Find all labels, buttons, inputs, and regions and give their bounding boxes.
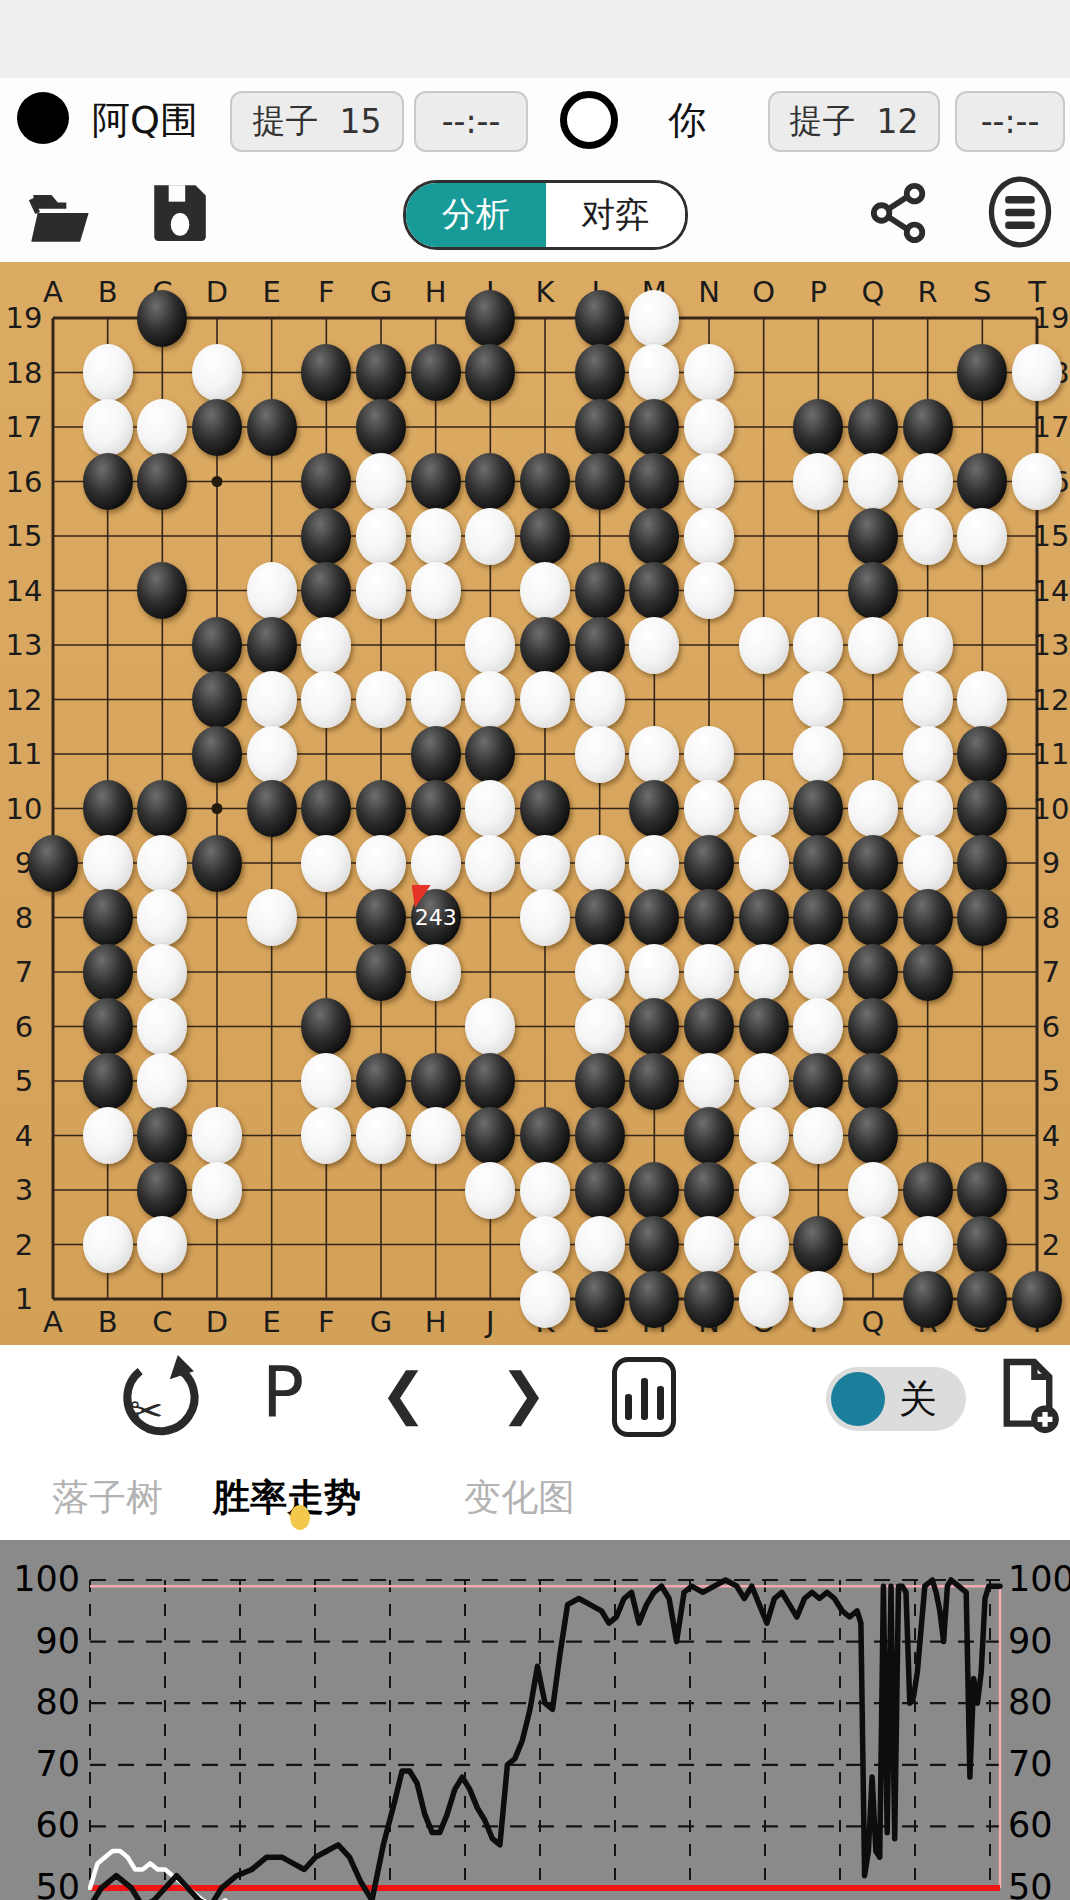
white-captures-badge: 提子 12 xyxy=(768,91,940,152)
y-tick-right: 50 xyxy=(1008,1867,1053,1900)
stone-white-T18 xyxy=(1012,344,1062,401)
stone-white-C17 xyxy=(137,399,187,456)
stone-black-G7 xyxy=(356,944,406,1001)
black-time: --:-- xyxy=(442,102,501,141)
stone-white-M11 xyxy=(629,726,679,783)
stone-black-C19 xyxy=(137,290,187,347)
stone-black-G8 xyxy=(356,889,406,946)
stone-white-K12 xyxy=(520,671,570,728)
stone-white-L9 xyxy=(575,835,625,892)
stone-black-M6 xyxy=(629,998,679,1055)
stone-black-A9 xyxy=(28,835,78,892)
stone-white-D3 xyxy=(192,1162,242,1219)
stone-white-M18 xyxy=(629,344,679,401)
y-tick-right: 60 xyxy=(1008,1805,1053,1845)
stone-black-F18 xyxy=(301,344,351,401)
stone-white-P12 xyxy=(793,671,843,728)
stone-white-F5 xyxy=(301,1053,351,1110)
stone-white-O1 xyxy=(739,1271,789,1328)
winrate-chart: 10010090908080707060605050 xyxy=(0,1540,1070,1900)
white-player-name: 你 xyxy=(668,78,706,162)
stone-white-H14 xyxy=(411,562,461,619)
stone-black-C4 xyxy=(137,1107,187,1164)
stone-black-B6 xyxy=(83,998,133,1055)
stone-white-Q13 xyxy=(848,617,898,674)
stone-white-Q16 xyxy=(848,453,898,510)
stone-white-O7 xyxy=(739,944,789,1001)
stone-white-R10 xyxy=(903,780,953,837)
stone-white-N16 xyxy=(684,453,734,510)
stone-white-J12 xyxy=(465,671,515,728)
stone-white-T16 xyxy=(1012,453,1062,510)
stone-white-M7 xyxy=(629,944,679,1001)
stone-black-F16 xyxy=(301,453,351,510)
stone-black-M2 xyxy=(629,1216,679,1273)
panel-tabs: 落子树 胜率走势 变化图 xyxy=(0,1455,1070,1540)
stone-black-B16 xyxy=(83,453,133,510)
undo-scissors-icon[interactable]: ✂ xyxy=(116,1355,202,1441)
stone-black-S1 xyxy=(957,1271,1007,1328)
stone-white-O2 xyxy=(739,1216,789,1273)
stone-white-Q3 xyxy=(848,1162,898,1219)
stone-black-K15 xyxy=(520,508,570,565)
y-tick-left: 70 xyxy=(8,1744,80,1784)
stone-black-K10 xyxy=(520,780,570,837)
stone-black-E10 xyxy=(247,780,297,837)
stone-black-Q4 xyxy=(848,1107,898,1164)
stone-white-F13 xyxy=(301,617,351,674)
stone-white-G15 xyxy=(356,508,406,565)
black-captures-badge: 提子 15 xyxy=(230,91,404,152)
stone-white-J6 xyxy=(465,998,515,1055)
stone-black-Q14 xyxy=(848,562,898,619)
stone-black-N3 xyxy=(684,1162,734,1219)
new-file-icon[interactable] xyxy=(994,1355,1062,1439)
stone-black-N6 xyxy=(684,998,734,1055)
stone-black-H5 xyxy=(411,1053,461,1110)
stone-black-S3 xyxy=(957,1162,1007,1219)
stone-white-B4 xyxy=(83,1107,133,1164)
stone-white-C8 xyxy=(137,889,187,946)
stone-black-R17 xyxy=(903,399,953,456)
stone-black-F15 xyxy=(301,508,351,565)
stone-black-S8 xyxy=(957,889,1007,946)
stone-white-O13 xyxy=(739,617,789,674)
stone-white-L11 xyxy=(575,726,625,783)
stone-white-N10 xyxy=(684,780,734,837)
stone-black-L17 xyxy=(575,399,625,456)
stone-black-D11 xyxy=(192,726,242,783)
stone-white-C6 xyxy=(137,998,187,1055)
stone-black-J5 xyxy=(465,1053,515,1110)
stone-black-S9 xyxy=(957,835,1007,892)
stone-black-E13 xyxy=(247,617,297,674)
stone-white-C7 xyxy=(137,944,187,1001)
stone-white-G4 xyxy=(356,1107,406,1164)
black-captures-count: 15 xyxy=(339,102,381,141)
stone-black-P2 xyxy=(793,1216,843,1273)
stone-black-S11 xyxy=(957,726,1007,783)
stone-white-L6 xyxy=(575,998,625,1055)
stone-white-Q2 xyxy=(848,1216,898,1273)
stone-white-N2 xyxy=(684,1216,734,1273)
stone-black-P5 xyxy=(793,1053,843,1110)
stone-white-F4 xyxy=(301,1107,351,1164)
stone-black-K13 xyxy=(520,617,570,674)
stone-black-D13 xyxy=(192,617,242,674)
stone-black-Q8 xyxy=(848,889,898,946)
stone-black-M17 xyxy=(629,399,679,456)
stone-black-L14 xyxy=(575,562,625,619)
stone-white-J10 xyxy=(465,780,515,837)
stone-black-R3 xyxy=(903,1162,953,1219)
stone-black-R8 xyxy=(903,889,953,946)
white-stone-icon xyxy=(560,91,618,149)
stone-white-P13 xyxy=(793,617,843,674)
stone-black-G5 xyxy=(356,1053,406,1110)
open-file-icon[interactable] xyxy=(27,182,95,244)
stone-black-C3 xyxy=(137,1162,187,1219)
share-icon[interactable] xyxy=(868,182,930,244)
stone-white-J13 xyxy=(465,617,515,674)
stone-white-M19 xyxy=(629,290,679,347)
status-bar xyxy=(0,0,1070,78)
pass-button[interactable]: P xyxy=(262,1351,304,1433)
white-clock: --:-- xyxy=(955,91,1065,152)
stone-white-J3 xyxy=(465,1162,515,1219)
toggle-label: 关 xyxy=(899,1374,937,1425)
stone-black-O8 xyxy=(739,889,789,946)
save-icon[interactable] xyxy=(146,178,212,246)
stone-black-B10 xyxy=(83,780,133,837)
y-tick-left: 100 xyxy=(8,1559,80,1599)
stone-white-P6 xyxy=(793,998,843,1055)
stone-white-N7 xyxy=(684,944,734,1001)
stone-white-O10 xyxy=(739,780,789,837)
stone-black-M16 xyxy=(629,453,679,510)
board-stones: 243 xyxy=(0,262,1070,1345)
tab-analysis[interactable]: 分析 xyxy=(406,183,546,247)
black-stone-icon xyxy=(17,92,69,144)
black-player-name: 阿Q围 xyxy=(92,78,198,162)
stone-white-G12 xyxy=(356,671,406,728)
stone-white-R15 xyxy=(903,508,953,565)
stone-white-P16 xyxy=(793,453,843,510)
stone-black-J19 xyxy=(465,290,515,347)
stone-black-Q17 xyxy=(848,399,898,456)
stone-white-R2 xyxy=(903,1216,953,1273)
menu-icon[interactable] xyxy=(986,176,1054,248)
stone-white-D4 xyxy=(192,1107,242,1164)
stone-black-L19 xyxy=(575,290,625,347)
toolbar: 分析 对弈 xyxy=(0,162,1070,262)
stone-white-B2 xyxy=(83,1216,133,1273)
player-bar: 阿Q围 提子 15 --:-- 你 提子 12 --:-- xyxy=(0,78,1070,162)
stone-black-H8: 243 xyxy=(411,889,461,946)
stone-white-P1 xyxy=(793,1271,843,1328)
white-time: --:-- xyxy=(981,102,1040,141)
stone-black-P9 xyxy=(793,835,843,892)
stone-black-P8 xyxy=(793,889,843,946)
stone-white-D18 xyxy=(192,344,242,401)
stone-white-N11 xyxy=(684,726,734,783)
black-captures-label: 提子 xyxy=(253,99,319,144)
stone-white-K8 xyxy=(520,889,570,946)
stone-black-S10 xyxy=(957,780,1007,837)
stone-black-C10 xyxy=(137,780,187,837)
toggle-knob xyxy=(831,1372,885,1426)
stone-black-E17 xyxy=(247,399,297,456)
mode-segmented-control: 分析 对弈 xyxy=(403,180,688,250)
stone-white-K3 xyxy=(520,1162,570,1219)
stone-white-H4 xyxy=(411,1107,461,1164)
stone-white-O9 xyxy=(739,835,789,892)
stone-white-B17 xyxy=(83,399,133,456)
stone-black-M14 xyxy=(629,562,679,619)
stone-black-G10 xyxy=(356,780,406,837)
active-tab-dot xyxy=(290,1505,310,1530)
stone-white-M9 xyxy=(629,835,679,892)
stone-white-P7 xyxy=(793,944,843,1001)
stone-white-E8 xyxy=(247,889,297,946)
stone-black-M3 xyxy=(629,1162,679,1219)
stone-white-K14 xyxy=(520,562,570,619)
stone-white-N17 xyxy=(684,399,734,456)
analysis-toggle[interactable]: 关 xyxy=(826,1367,966,1431)
stone-white-R11 xyxy=(903,726,953,783)
y-tick-left: 60 xyxy=(8,1805,80,1845)
stone-black-S2 xyxy=(957,1216,1007,1273)
last-move-number: 243 xyxy=(411,889,461,946)
stone-black-N8 xyxy=(684,889,734,946)
stone-white-J15 xyxy=(465,508,515,565)
stone-black-J4 xyxy=(465,1107,515,1164)
y-tick-right: 90 xyxy=(1008,1621,1053,1661)
stone-white-K1 xyxy=(520,1271,570,1328)
stone-black-S18 xyxy=(957,344,1007,401)
stone-black-Q9 xyxy=(848,835,898,892)
stone-black-H16 xyxy=(411,453,461,510)
prev-move-icon[interactable]: ❮ xyxy=(380,1361,427,1426)
stone-black-L13 xyxy=(575,617,625,674)
stone-white-M13 xyxy=(629,617,679,674)
stone-white-N14 xyxy=(684,562,734,619)
stone-white-N5 xyxy=(684,1053,734,1110)
stone-white-O4 xyxy=(739,1107,789,1164)
y-tick-left: 50 xyxy=(8,1867,80,1900)
stone-black-S16 xyxy=(957,453,1007,510)
stone-white-O3 xyxy=(739,1162,789,1219)
stone-black-J18 xyxy=(465,344,515,401)
tab-play[interactable]: 对弈 xyxy=(546,183,686,247)
stone-white-F12 xyxy=(301,671,351,728)
tab-variation-diagram[interactable]: 变化图 xyxy=(464,1455,575,1540)
stone-white-L12 xyxy=(575,671,625,728)
analysis-graph-icon[interactable] xyxy=(612,1357,676,1437)
stone-black-Q7 xyxy=(848,944,898,1001)
stone-black-J16 xyxy=(465,453,515,510)
stone-white-C5 xyxy=(137,1053,187,1110)
stone-white-K9 xyxy=(520,835,570,892)
go-board[interactable]: AABBCCDDEEFFGGHHJJKKLLMMNNOOPPQQRRSSTT19… xyxy=(0,262,1070,1345)
stone-black-P17 xyxy=(793,399,843,456)
stone-white-C2 xyxy=(137,1216,187,1273)
stone-black-M8 xyxy=(629,889,679,946)
y-tick-right: 70 xyxy=(1008,1744,1053,1784)
stone-black-L16 xyxy=(575,453,625,510)
stone-white-N18 xyxy=(684,344,734,401)
stone-black-G18 xyxy=(356,344,406,401)
stone-black-L8 xyxy=(575,889,625,946)
stone-black-D17 xyxy=(192,399,242,456)
stone-white-R9 xyxy=(903,835,953,892)
stone-black-K16 xyxy=(520,453,570,510)
stone-black-T1 xyxy=(1012,1271,1062,1328)
stone-white-L7 xyxy=(575,944,625,1001)
stone-black-N4 xyxy=(684,1107,734,1164)
stone-black-M10 xyxy=(629,780,679,837)
stone-black-Q15 xyxy=(848,508,898,565)
stone-white-E14 xyxy=(247,562,297,619)
stone-black-C14 xyxy=(137,562,187,619)
stone-white-L2 xyxy=(575,1216,625,1273)
stone-white-R13 xyxy=(903,617,953,674)
stone-black-B5 xyxy=(83,1053,133,1110)
stone-black-Q5 xyxy=(848,1053,898,1110)
stone-white-E11 xyxy=(247,726,297,783)
y-tick-right: 80 xyxy=(1008,1682,1053,1722)
stone-white-S12 xyxy=(957,671,1007,728)
stone-black-R7 xyxy=(903,944,953,1001)
stone-black-G17 xyxy=(356,399,406,456)
stone-white-Q10 xyxy=(848,780,898,837)
stone-white-C9 xyxy=(137,835,187,892)
tab-winrate-trend[interactable]: 胜率走势 xyxy=(213,1455,361,1540)
stone-white-H9 xyxy=(411,835,461,892)
stone-white-H15 xyxy=(411,508,461,565)
stone-white-J9 xyxy=(465,835,515,892)
stone-white-S15 xyxy=(957,508,1007,565)
stone-black-M5 xyxy=(629,1053,679,1110)
stone-white-G9 xyxy=(356,835,406,892)
stone-white-N15 xyxy=(684,508,734,565)
stone-black-D12 xyxy=(192,671,242,728)
tab-move-tree[interactable]: 落子树 xyxy=(52,1455,163,1540)
stone-white-P4 xyxy=(793,1107,843,1164)
winrate-chart-plot xyxy=(0,1540,1070,1900)
black-winrate-line xyxy=(90,1580,1000,1900)
stone-black-J11 xyxy=(465,726,515,783)
stone-black-D9 xyxy=(192,835,242,892)
white-captures-label: 提子 xyxy=(790,99,856,144)
bottom-toolbar: ✂ P ❮ ❯ 关 xyxy=(0,1345,1070,1455)
white-captures-count: 12 xyxy=(876,102,918,141)
stone-white-B9 xyxy=(83,835,133,892)
stone-white-R12 xyxy=(903,671,953,728)
stone-white-G16 xyxy=(356,453,406,510)
stone-black-F10 xyxy=(301,780,351,837)
stone-black-Q6 xyxy=(848,998,898,1055)
stone-white-B18 xyxy=(83,344,133,401)
stone-black-L3 xyxy=(575,1162,625,1219)
stone-white-O5 xyxy=(739,1053,789,1110)
stone-white-R16 xyxy=(903,453,953,510)
stone-black-H10 xyxy=(411,780,461,837)
stone-black-L5 xyxy=(575,1053,625,1110)
stone-black-C16 xyxy=(137,453,187,510)
stone-black-O6 xyxy=(739,998,789,1055)
stone-black-L1 xyxy=(575,1271,625,1328)
stone-black-L18 xyxy=(575,344,625,401)
stone-black-N9 xyxy=(684,835,734,892)
stone-white-E12 xyxy=(247,671,297,728)
stone-black-B7 xyxy=(83,944,133,1001)
stone-white-H7 xyxy=(411,944,461,1001)
next-move-icon[interactable]: ❯ xyxy=(500,1361,547,1426)
stone-white-P11 xyxy=(793,726,843,783)
stone-black-H18 xyxy=(411,344,461,401)
stone-black-M15 xyxy=(629,508,679,565)
y-tick-right: 100 xyxy=(1008,1559,1070,1599)
stone-black-P10 xyxy=(793,780,843,837)
stone-white-K2 xyxy=(520,1216,570,1273)
stone-black-L4 xyxy=(575,1107,625,1164)
y-tick-left: 80 xyxy=(8,1682,80,1722)
stone-black-F14 xyxy=(301,562,351,619)
stone-black-R1 xyxy=(903,1271,953,1328)
stone-black-N1 xyxy=(684,1271,734,1328)
stone-white-F9 xyxy=(301,835,351,892)
stone-black-B8 xyxy=(83,889,133,946)
stone-black-F6 xyxy=(301,998,351,1055)
black-clock: --:-- xyxy=(414,91,528,152)
stone-black-M1 xyxy=(629,1271,679,1328)
svg-text:✂: ✂ xyxy=(129,1388,163,1435)
stone-white-H12 xyxy=(411,671,461,728)
stone-black-K4 xyxy=(520,1107,570,1164)
stone-white-G14 xyxy=(356,562,406,619)
y-tick-left: 90 xyxy=(8,1621,80,1661)
stone-black-H11 xyxy=(411,726,461,783)
